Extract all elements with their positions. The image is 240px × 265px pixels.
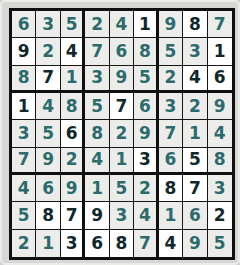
cell-r7c8[interactable]: 7 (183, 175, 207, 202)
cell-r7c4[interactable]: 1 (85, 175, 109, 202)
cell-r2c3[interactable]: 4 (61, 38, 85, 65)
cell-r3c7[interactable]: 2 (159, 66, 183, 93)
cell-r5c8[interactable]: 1 (183, 120, 207, 147)
cell-r9c3[interactable]: 3 (61, 230, 85, 257)
cell-r4c4[interactable]: 5 (85, 93, 109, 120)
cell-r6c7[interactable]: 6 (159, 148, 183, 175)
cell-r9c8[interactable]: 9 (183, 230, 207, 257)
cell-r8c7[interactable]: 1 (159, 202, 183, 229)
cell-r3c5[interactable]: 9 (110, 66, 134, 93)
cell-r6c8[interactable]: 5 (183, 148, 207, 175)
cell-r5c1[interactable]: 3 (12, 120, 36, 147)
cell-r1c8[interactable]: 8 (183, 11, 207, 38)
cell-r8c4[interactable]: 9 (85, 202, 109, 229)
cell-r5c6[interactable]: 9 (134, 120, 158, 147)
sudoku-board: 6352419879247685318713952461485763293568… (9, 8, 235, 260)
cell-r7c3[interactable]: 9 (61, 175, 85, 202)
cell-r2c7[interactable]: 5 (159, 38, 183, 65)
cell-r4c6[interactable]: 6 (134, 93, 158, 120)
cell-r3c9[interactable]: 6 (208, 66, 232, 93)
page-background: 6352419879247685318713952461485763293568… (0, 0, 240, 265)
cell-r5c9[interactable]: 4 (208, 120, 232, 147)
cell-r5c4[interactable]: 8 (85, 120, 109, 147)
cell-r5c7[interactable]: 7 (159, 120, 183, 147)
cell-r8c5[interactable]: 3 (110, 202, 134, 229)
cell-r2c9[interactable]: 1 (208, 38, 232, 65)
cell-r6c1[interactable]: 7 (12, 148, 36, 175)
cell-r8c2[interactable]: 8 (36, 202, 60, 229)
cell-r3c1[interactable]: 8 (12, 66, 36, 93)
cell-r8c6[interactable]: 4 (134, 202, 158, 229)
cell-r9c9[interactable]: 5 (208, 230, 232, 257)
cell-r3c3[interactable]: 1 (61, 66, 85, 93)
cell-r4c2[interactable]: 4 (36, 93, 60, 120)
cell-r8c3[interactable]: 7 (61, 202, 85, 229)
cell-r1c5[interactable]: 4 (110, 11, 134, 38)
cell-r5c2[interactable]: 5 (36, 120, 60, 147)
cell-r1c6[interactable]: 1 (134, 11, 158, 38)
cell-r6c2[interactable]: 9 (36, 148, 60, 175)
cell-r3c4[interactable]: 3 (85, 66, 109, 93)
cell-r9c2[interactable]: 1 (36, 230, 60, 257)
cell-r2c5[interactable]: 6 (110, 38, 134, 65)
cell-r2c6[interactable]: 8 (134, 38, 158, 65)
cell-r6c3[interactable]: 2 (61, 148, 85, 175)
cell-r4c3[interactable]: 8 (61, 93, 85, 120)
cell-r8c1[interactable]: 5 (12, 202, 36, 229)
cell-r2c4[interactable]: 7 (85, 38, 109, 65)
cell-r6c9[interactable]: 8 (208, 148, 232, 175)
cell-r5c3[interactable]: 6 (61, 120, 85, 147)
cell-r4c1[interactable]: 1 (12, 93, 36, 120)
cell-r8c9[interactable]: 2 (208, 202, 232, 229)
cell-r4c8[interactable]: 2 (183, 93, 207, 120)
cell-r5c5[interactable]: 2 (110, 120, 134, 147)
cell-r1c9[interactable]: 7 (208, 11, 232, 38)
cell-r4c9[interactable]: 9 (208, 93, 232, 120)
cell-r8c8[interactable]: 6 (183, 202, 207, 229)
cell-r2c2[interactable]: 2 (36, 38, 60, 65)
cell-r4c7[interactable]: 3 (159, 93, 183, 120)
cell-r6c4[interactable]: 4 (85, 148, 109, 175)
cell-r3c6[interactable]: 5 (134, 66, 158, 93)
cell-r2c1[interactable]: 9 (12, 38, 36, 65)
cell-r7c5[interactable]: 5 (110, 175, 134, 202)
cell-r3c2[interactable]: 7 (36, 66, 60, 93)
cell-r2c8[interactable]: 3 (183, 38, 207, 65)
cell-r9c5[interactable]: 8 (110, 230, 134, 257)
cell-r1c3[interactable]: 5 (61, 11, 85, 38)
cell-r7c7[interactable]: 8 (159, 175, 183, 202)
cell-r9c7[interactable]: 4 (159, 230, 183, 257)
sudoku-grid: 6352419879247685318713952461485763293568… (12, 11, 232, 257)
cell-r9c6[interactable]: 7 (134, 230, 158, 257)
cell-r1c1[interactable]: 6 (12, 11, 36, 38)
cell-r7c1[interactable]: 4 (12, 175, 36, 202)
cell-r9c4[interactable]: 6 (85, 230, 109, 257)
cell-r4c5[interactable]: 7 (110, 93, 134, 120)
cell-r7c2[interactable]: 6 (36, 175, 60, 202)
cell-r9c1[interactable]: 2 (12, 230, 36, 257)
cell-r1c2[interactable]: 3 (36, 11, 60, 38)
cell-r1c4[interactable]: 2 (85, 11, 109, 38)
cell-r6c5[interactable]: 1 (110, 148, 134, 175)
cell-r7c6[interactable]: 2 (134, 175, 158, 202)
cell-r6c6[interactable]: 3 (134, 148, 158, 175)
cell-r1c7[interactable]: 9 (159, 11, 183, 38)
cell-r7c9[interactable]: 3 (208, 175, 232, 202)
cell-r3c8[interactable]: 4 (183, 66, 207, 93)
